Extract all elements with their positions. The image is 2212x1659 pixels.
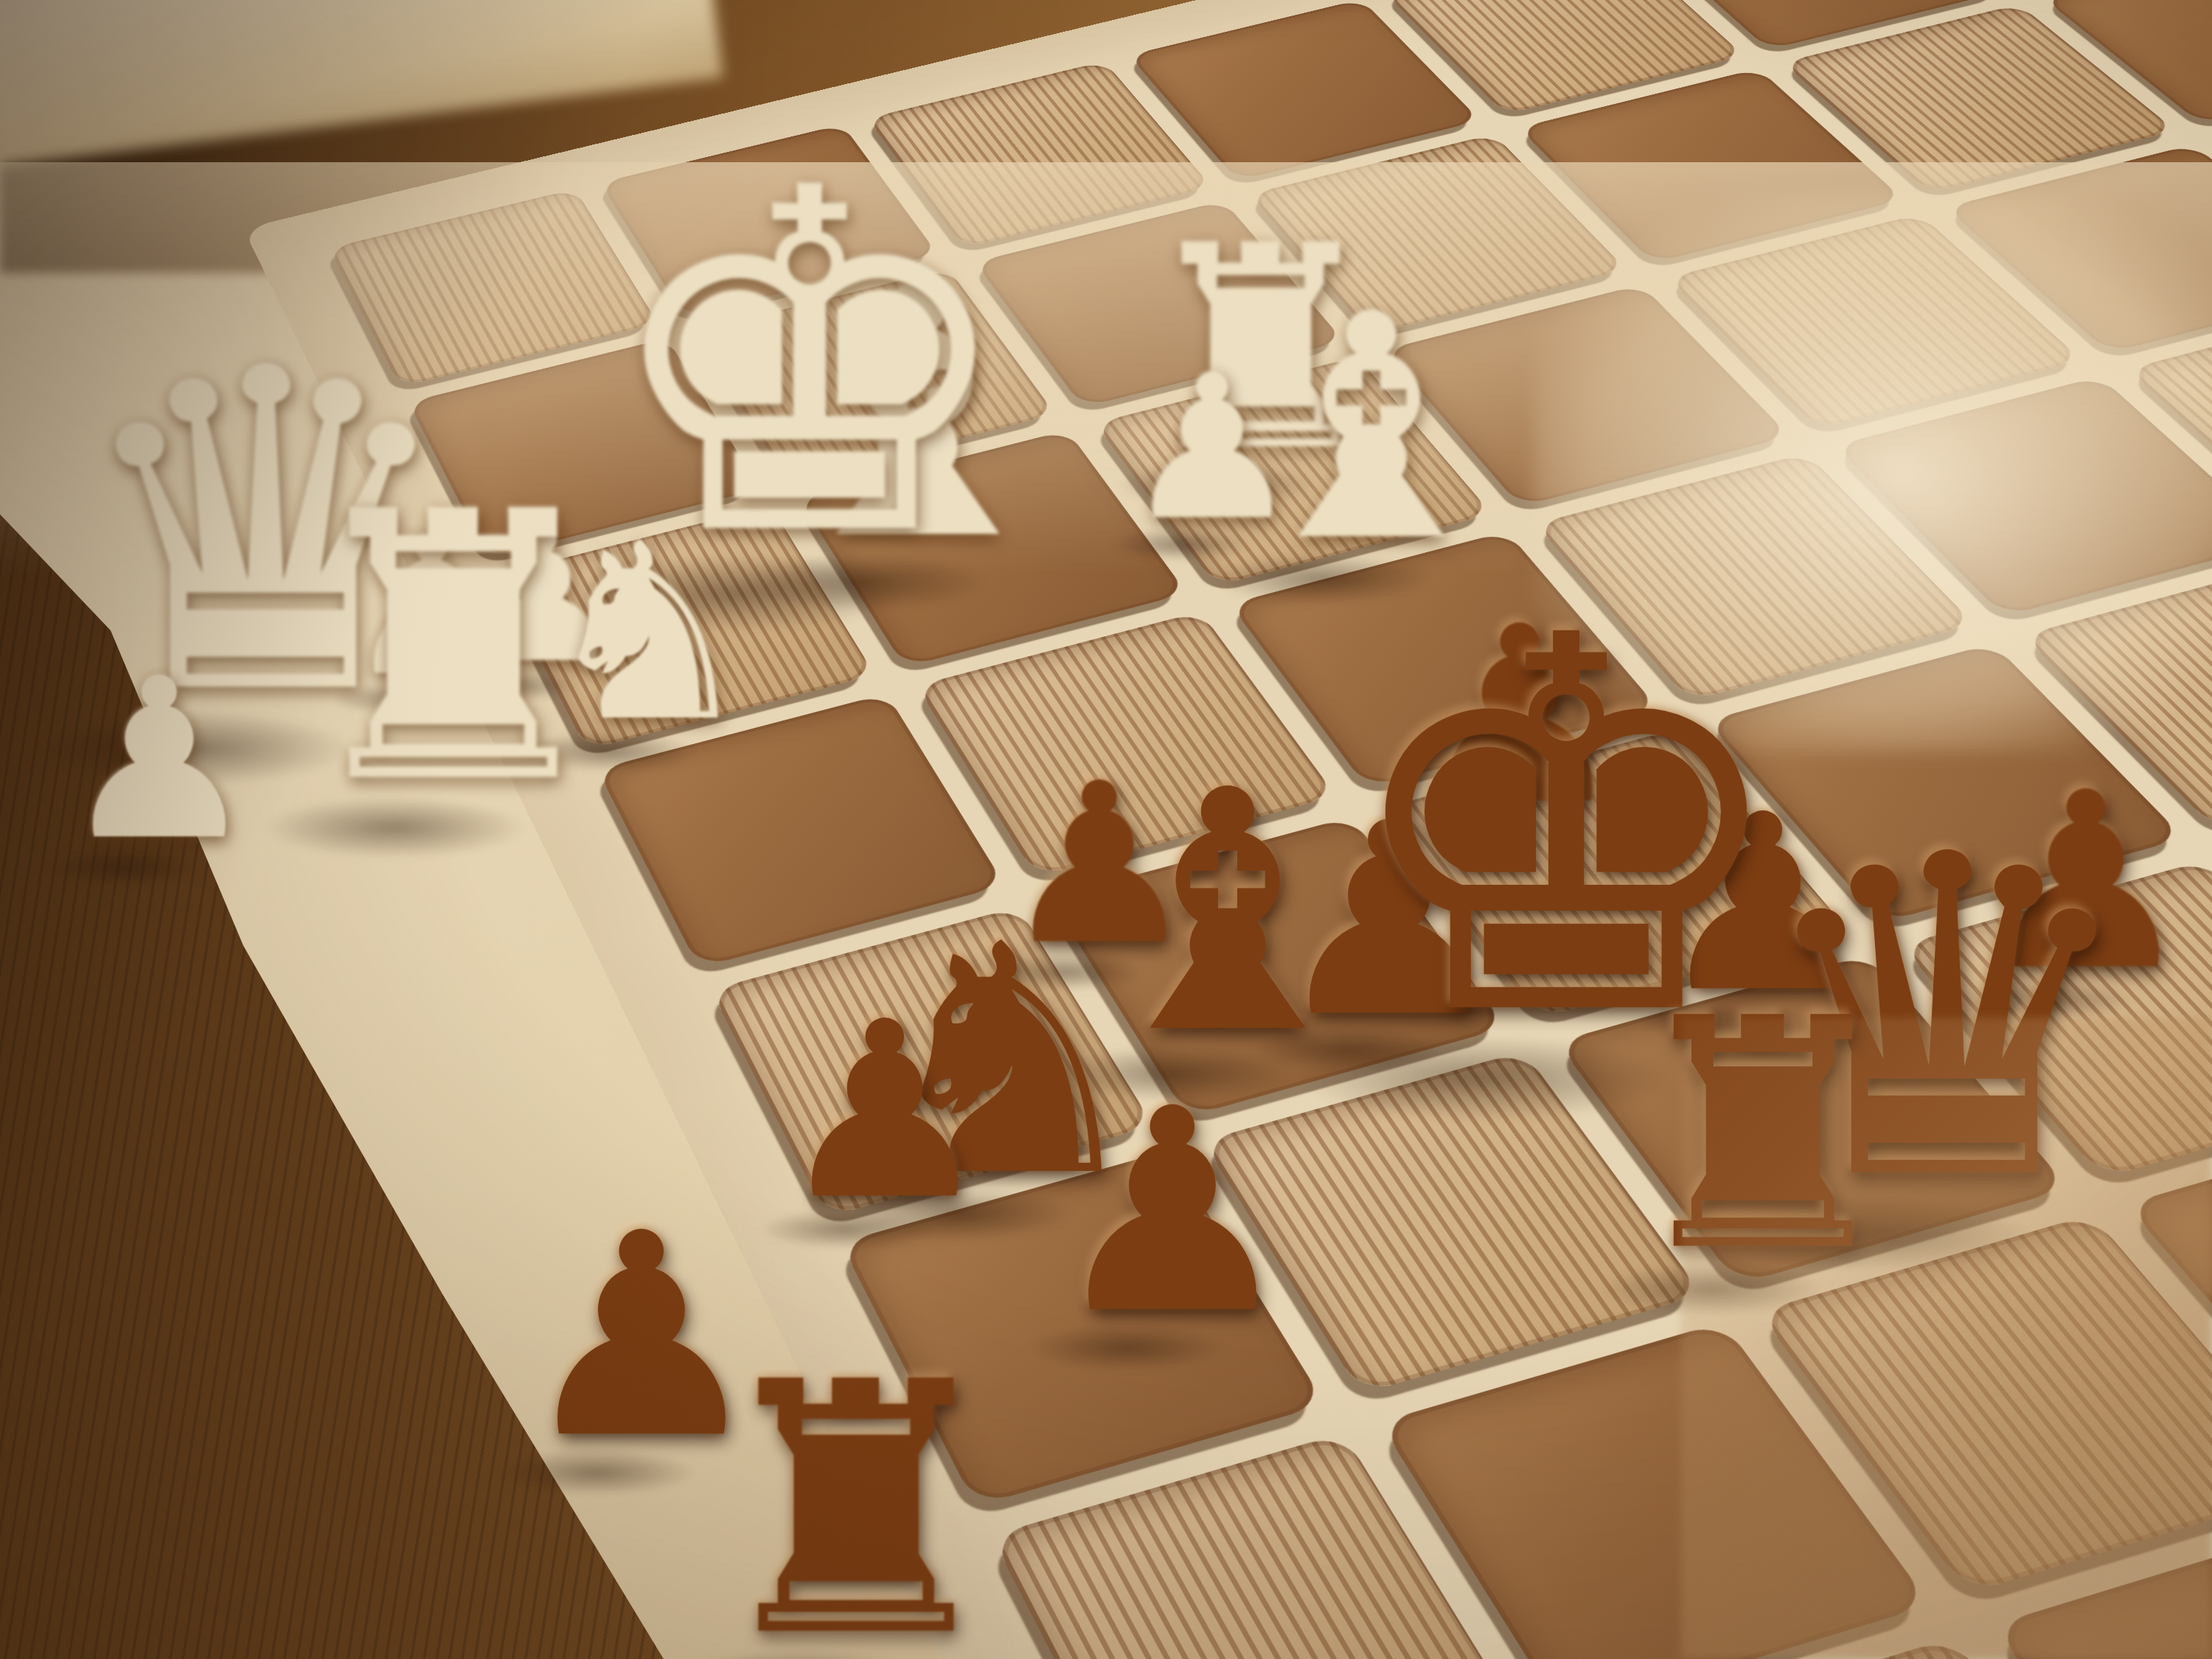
photo-vignette <box>0 0 2212 1659</box>
